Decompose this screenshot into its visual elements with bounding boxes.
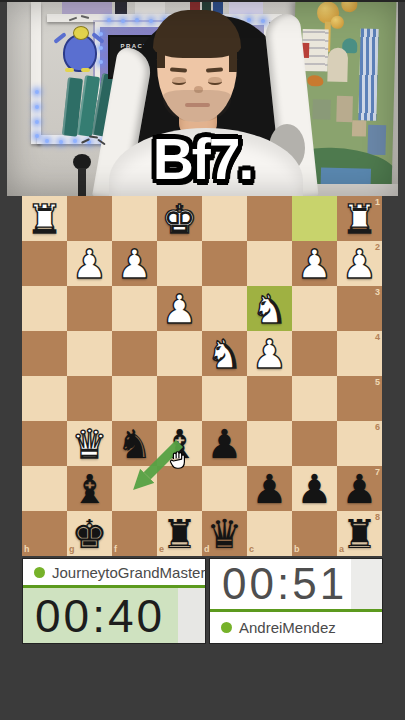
player-name-top[interactable]: AndreiMendez: [239, 619, 336, 636]
clock-strip: [178, 588, 205, 643]
streamer-hair: [229, 42, 237, 72]
online-dot-icon: [221, 622, 232, 633]
piece-white-pawn[interactable]: ♟: [292, 241, 337, 286]
square-a8[interactable]: 8a♜: [337, 511, 382, 556]
clock-time-top: 00:51: [222, 559, 347, 609]
player-panel-bottom: JourneytoGrandMaster 00:40: [22, 558, 206, 644]
player-name-bottom[interactable]: JourneytoGrandMaster: [52, 564, 205, 581]
square-e1[interactable]: ♚: [157, 196, 202, 241]
rank-label-4: 4: [375, 333, 380, 342]
square-a5[interactable]: 5: [337, 376, 382, 421]
file-label-f: f: [114, 545, 117, 554]
rank-label-3: 3: [375, 288, 380, 297]
square-d5[interactable]: [202, 376, 247, 421]
file-label-c: c: [249, 545, 254, 554]
hand-cursor-icon: [167, 449, 189, 471]
square-f2[interactable]: ♟: [112, 241, 157, 286]
square-a6[interactable]: 6: [337, 421, 382, 466]
square-c3[interactable]: ♞: [247, 286, 292, 331]
square-c4[interactable]: ♟: [247, 331, 292, 376]
piece-black-pawn[interactable]: ♟: [292, 466, 337, 511]
square-d8[interactable]: d♛: [202, 511, 247, 556]
piece-black-pawn[interactable]: ♟: [247, 466, 292, 511]
square-h8[interactable]: h: [22, 511, 67, 556]
square-f5[interactable]: [112, 376, 157, 421]
penguin-drawing: [81, 68, 90, 72]
square-e4[interactable]: [157, 331, 202, 376]
penguin-drawing: [73, 26, 89, 40]
led-light: [107, 18, 111, 22]
rank-label-8: 8: [375, 513, 380, 522]
square-h6[interactable]: [22, 421, 67, 466]
square-a1[interactable]: 1♜: [337, 196, 382, 241]
square-d4[interactable]: ♞: [202, 331, 247, 376]
piece-white-king[interactable]: ♚: [157, 196, 202, 241]
led-light: [35, 90, 39, 94]
eye: [208, 77, 222, 85]
square-f3[interactable]: [112, 286, 157, 331]
file-label-h: h: [24, 545, 30, 554]
streamer-hair: [153, 10, 241, 58]
square-a2[interactable]: 2♟: [337, 241, 382, 286]
square-f8[interactable]: f: [112, 511, 157, 556]
square-g5[interactable]: [67, 376, 112, 421]
square-c2[interactable]: [247, 241, 292, 286]
square-d6[interactable]: ♟: [202, 421, 247, 466]
rank-label-5: 5: [375, 378, 380, 387]
square-g3[interactable]: [67, 286, 112, 331]
chess-board: ♜♚1♜♟♟♟2♟♟♞3♞♟45♛♞♝♟6♝♟♟7♟hg♚fe♜d♛cb8a♜: [22, 196, 382, 556]
square-a4[interactable]: 4: [337, 331, 382, 376]
piece-black-bishop[interactable]: ♝: [67, 466, 112, 511]
square-f1[interactable]: [112, 196, 157, 241]
player-panel-top: 00:51 AndreiMendez: [209, 558, 383, 644]
square-c1[interactable]: [247, 196, 292, 241]
clock-bottom-active: 00:40: [23, 588, 205, 643]
square-g1[interactable]: [67, 196, 112, 241]
square-c8[interactable]: c: [247, 511, 292, 556]
square-e7[interactable]: [157, 466, 202, 511]
rank-label-6: 6: [375, 423, 380, 432]
square-g6[interactable]: ♛: [67, 421, 112, 466]
led-light: [247, 18, 251, 22]
square-h5[interactable]: [22, 376, 67, 421]
piece-white-pawn[interactable]: ♟: [157, 286, 202, 331]
rank-label-1: 1: [375, 198, 380, 207]
square-a7[interactable]: 7♟: [337, 466, 382, 511]
piece-black-pawn[interactable]: ♟: [202, 421, 247, 466]
led-light: [99, 46, 103, 50]
led-light: [99, 60, 103, 64]
square-b8[interactable]: b: [292, 511, 337, 556]
square-g8[interactable]: g♚: [67, 511, 112, 556]
file-label-g: g: [69, 545, 75, 554]
square-g4[interactable]: [67, 331, 112, 376]
clock-time-bottom: 00:40: [35, 589, 165, 643]
square-e5[interactable]: [157, 376, 202, 421]
square-h2[interactable]: [22, 241, 67, 286]
move-callout-text: Bf7.: [0, 126, 405, 192]
led-light: [99, 32, 103, 36]
square-c6[interactable]: [247, 421, 292, 466]
file-label-d: d: [204, 545, 210, 554]
penguin-drawing: [65, 68, 74, 72]
streamer-hair: [157, 42, 165, 68]
square-g2[interactable]: ♟: [67, 241, 112, 286]
square-b7[interactable]: ♟: [292, 466, 337, 511]
square-h3[interactable]: [22, 286, 67, 331]
led-light: [121, 19, 125, 23]
piece-black-knight[interactable]: ♞: [112, 421, 157, 466]
square-f7[interactable]: [112, 466, 157, 511]
file-label-a: a: [339, 545, 344, 554]
clock-strip: [351, 559, 382, 609]
square-h1[interactable]: ♜: [22, 196, 67, 241]
square-b3[interactable]: [292, 286, 337, 331]
square-b6[interactable]: [292, 421, 337, 466]
piece-white-knight[interactable]: ♞: [247, 286, 292, 331]
led-light: [35, 105, 39, 109]
square-h7[interactable]: [22, 466, 67, 511]
square-f6[interactable]: ♞: [112, 421, 157, 466]
rank-label-7: 7: [375, 468, 380, 477]
square-b5[interactable]: [292, 376, 337, 421]
led-light: [35, 120, 39, 124]
square-b2[interactable]: ♟: [292, 241, 337, 286]
square-a3[interactable]: 3: [337, 286, 382, 331]
square-f4[interactable]: [112, 331, 157, 376]
square-e3[interactable]: ♟: [157, 286, 202, 331]
square-d7[interactable]: [202, 466, 247, 511]
clock-top: 00:51: [210, 559, 382, 609]
square-b1[interactable]: [292, 196, 337, 241]
square-d3[interactable]: [202, 286, 247, 331]
square-e8[interactable]: e♜: [157, 511, 202, 556]
piece-white-knight[interactable]: ♞: [202, 331, 247, 376]
led-light: [261, 19, 265, 23]
square-d1[interactable]: [202, 196, 247, 241]
piece-white-rook[interactable]: ♜: [22, 196, 67, 241]
piece-white-pawn[interactable]: ♟: [112, 241, 157, 286]
piece-white-pawn[interactable]: ♟: [67, 241, 112, 286]
piece-white-pawn[interactable]: ♟: [247, 331, 292, 376]
mouth: [185, 103, 210, 107]
eye: [172, 77, 186, 85]
file-label-e: e: [159, 545, 164, 554]
square-d2[interactable]: [202, 241, 247, 286]
square-h4[interactable]: [22, 331, 67, 376]
rank-label-2: 2: [375, 243, 380, 252]
square-e2[interactable]: [157, 241, 202, 286]
piece-white-queen[interactable]: ♛: [67, 421, 112, 466]
led-light: [149, 19, 153, 23]
square-c7[interactable]: ♟: [247, 466, 292, 511]
square-b4[interactable]: [292, 331, 337, 376]
file-label-b: b: [294, 545, 300, 554]
square-c5[interactable]: [247, 376, 292, 421]
player-row-top: AndreiMendez: [210, 612, 382, 643]
square-g7[interactable]: ♝: [67, 466, 112, 511]
player-row-bottom: JourneytoGrandMaster: [23, 559, 205, 585]
online-dot-icon: [34, 567, 45, 578]
led-light: [135, 18, 139, 22]
